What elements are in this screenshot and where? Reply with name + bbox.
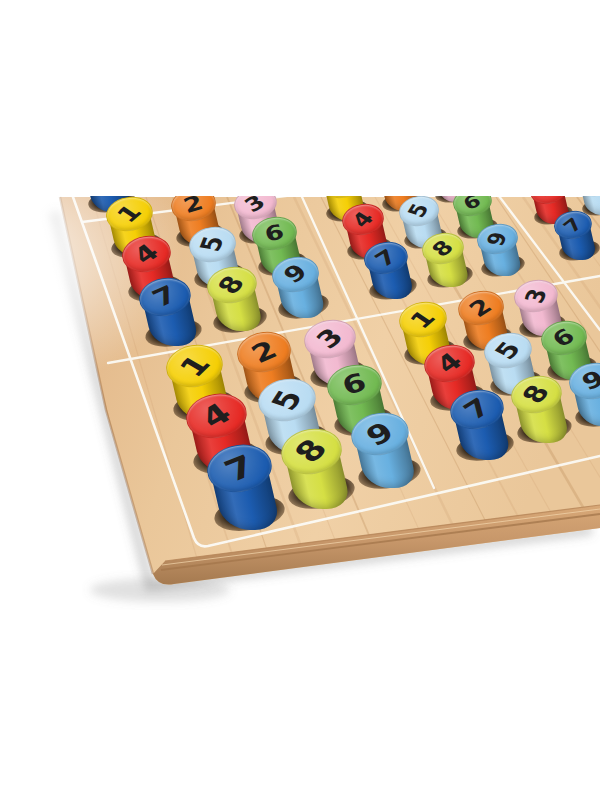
peg-number: 6 bbox=[339, 370, 370, 400]
peg-number: 7 bbox=[219, 451, 259, 487]
peg-face: 5 bbox=[576, 167, 600, 198]
peg-number: 7 bbox=[94, 160, 115, 182]
peg-number: 5 bbox=[196, 234, 229, 253]
peg-number: 6 bbox=[549, 325, 580, 351]
screenshot-root: 7321321546546547987987321321654654987987 bbox=[0, 0, 600, 800]
peg-number: 7 bbox=[560, 215, 587, 236]
peg-number: 1 bbox=[174, 351, 215, 381]
peg-number: 2 bbox=[181, 193, 206, 217]
peg-number: 9 bbox=[362, 417, 399, 450]
peg-number: 7 bbox=[148, 282, 181, 311]
peg-number: 8 bbox=[428, 237, 458, 260]
peg-number: 4 bbox=[129, 241, 163, 269]
peg-number: 9 bbox=[280, 261, 312, 287]
peg-number: 4 bbox=[196, 399, 237, 433]
peg-number: 1 bbox=[406, 307, 440, 333]
peg-number: 8 bbox=[214, 273, 250, 298]
peg-number: 5 bbox=[587, 174, 600, 192]
peg-number: 3 bbox=[312, 324, 349, 352]
peg-number: 1 bbox=[112, 201, 145, 226]
peg-number: 1 bbox=[328, 173, 355, 195]
peg-number: 9 bbox=[483, 230, 511, 248]
peg-face: 7 bbox=[81, 152, 129, 191]
peg-number: 2 bbox=[247, 337, 281, 367]
peg-face: 2 bbox=[375, 159, 418, 193]
peg-number: 3 bbox=[241, 192, 270, 216]
peg-number: 7 bbox=[371, 246, 401, 271]
peg-body bbox=[579, 180, 600, 215]
peg-number: 5 bbox=[405, 202, 434, 221]
peg-number: 6 bbox=[460, 192, 484, 213]
peg-number: 2 bbox=[387, 166, 406, 186]
peg-number: 4 bbox=[431, 349, 466, 377]
peg-number: 7 bbox=[458, 395, 495, 425]
peg-number: 3 bbox=[521, 287, 551, 306]
peg-number: 5 bbox=[490, 338, 525, 363]
peg-number: 4 bbox=[348, 209, 378, 231]
peg-number: 5 bbox=[266, 386, 308, 413]
peg-face: 3 bbox=[428, 152, 469, 185]
peg-number: 3 bbox=[440, 159, 458, 178]
pegs-layer: 7321321546546547987987321321654654987987 bbox=[0, 0, 600, 800]
peg-number: 2 bbox=[465, 295, 496, 320]
peg-number: 4 bbox=[536, 180, 559, 200]
peg-number: 6 bbox=[263, 222, 287, 246]
peg-number: 8 bbox=[289, 435, 333, 467]
peg-number: 9 bbox=[579, 367, 600, 394]
photo-crop: 7321321546546547987987321321654654987987 bbox=[0, 0, 600, 800]
peg-number: 8 bbox=[518, 382, 555, 407]
